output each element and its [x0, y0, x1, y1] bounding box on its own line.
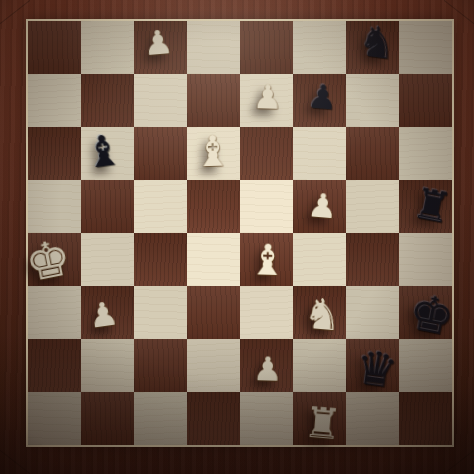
square-a1[interactable] — [28, 392, 81, 445]
square-a5[interactable] — [28, 180, 81, 233]
square-a3[interactable] — [28, 286, 81, 339]
square-e5[interactable] — [240, 180, 293, 233]
square-c5[interactable] — [134, 180, 187, 233]
square-b3[interactable]: ♟ — [81, 286, 134, 339]
square-h3[interactable]: ♚ — [399, 286, 452, 339]
square-f8[interactable] — [293, 21, 346, 74]
square-h4[interactable] — [399, 233, 452, 286]
square-h1[interactable] — [399, 392, 452, 445]
square-d8[interactable] — [187, 21, 240, 74]
square-f1[interactable]: ♜ — [293, 392, 346, 445]
piece-white-rook-f1[interactable]: ♜ — [302, 401, 343, 446]
square-d4[interactable] — [187, 233, 240, 286]
square-d2[interactable] — [187, 339, 240, 392]
square-b4[interactable] — [81, 233, 134, 286]
piece-white-bishop-d6[interactable]: ♝ — [193, 130, 232, 173]
square-g7[interactable] — [346, 74, 399, 127]
square-e8[interactable] — [240, 21, 293, 74]
square-c2[interactable] — [134, 339, 187, 392]
square-a2[interactable] — [28, 339, 81, 392]
square-g5[interactable] — [346, 180, 399, 233]
square-f7[interactable]: ♟ — [293, 74, 346, 127]
square-f5[interactable]: ♟ — [293, 180, 346, 233]
square-c1[interactable] — [134, 392, 187, 445]
square-d7[interactable] — [187, 74, 240, 127]
chessboard-photo: ♟♞♟♟♝♝♟♜♚♝♟♞♚♟♛♜ — [0, 0, 474, 474]
square-c3[interactable] — [134, 286, 187, 339]
square-e2[interactable]: ♟ — [240, 339, 293, 392]
square-c4[interactable] — [134, 233, 187, 286]
square-e7[interactable]: ♟ — [240, 74, 293, 127]
square-a8[interactable] — [28, 21, 81, 74]
piece-black-knight-g8[interactable]: ♞ — [355, 19, 398, 66]
square-e3[interactable] — [240, 286, 293, 339]
square-e1[interactable] — [240, 392, 293, 445]
square-d1[interactable] — [187, 392, 240, 445]
frame-miter-bottom-left — [0, 450, 30, 474]
square-g1[interactable] — [346, 392, 399, 445]
piece-white-pawn-b3[interactable]: ♟ — [86, 296, 120, 333]
piece-white-pawn-c8[interactable]: ♟ — [142, 25, 174, 60]
piece-white-pawn-e2[interactable]: ♟ — [252, 352, 283, 386]
square-f3[interactable]: ♞ — [293, 286, 346, 339]
square-a7[interactable] — [28, 74, 81, 127]
square-h8[interactable] — [399, 21, 452, 74]
piece-black-bishop-b6[interactable]: ♝ — [81, 128, 124, 175]
piece-white-knight-f3[interactable]: ♞ — [302, 292, 343, 337]
frame-miter-bottom-right — [444, 450, 474, 474]
square-f2[interactable] — [293, 339, 346, 392]
square-g3[interactable] — [346, 286, 399, 339]
square-h5[interactable]: ♜ — [399, 180, 452, 233]
square-a6[interactable] — [28, 127, 81, 180]
square-f4[interactable] — [293, 233, 346, 286]
square-e4[interactable]: ♝ — [240, 233, 293, 286]
square-g4[interactable] — [346, 233, 399, 286]
square-h7[interactable] — [399, 74, 452, 127]
square-e6[interactable] — [240, 127, 293, 180]
chess-board: ♟♞♟♟♝♝♟♜♚♝♟♞♚♟♛♜ — [26, 19, 454, 447]
piece-black-rook-h5[interactable]: ♜ — [409, 182, 454, 231]
piece-black-king-h3[interactable]: ♚ — [405, 286, 459, 344]
square-d6[interactable]: ♝ — [187, 127, 240, 180]
square-g2[interactable]: ♛ — [346, 339, 399, 392]
square-b5[interactable] — [81, 180, 134, 233]
piece-white-bishop-e4[interactable]: ♝ — [248, 239, 287, 282]
square-c8[interactable]: ♟ — [134, 21, 187, 74]
square-c7[interactable] — [134, 74, 187, 127]
square-d5[interactable] — [187, 180, 240, 233]
square-a4[interactable]: ♚ — [28, 233, 81, 286]
piece-white-pawn-f5[interactable]: ♟ — [306, 188, 338, 223]
square-g8[interactable]: ♞ — [346, 21, 399, 74]
square-b6[interactable]: ♝ — [81, 127, 134, 180]
square-g6[interactable] — [346, 127, 399, 180]
square-h2[interactable] — [399, 339, 452, 392]
square-h6[interactable] — [399, 127, 452, 180]
square-f6[interactable] — [293, 127, 346, 180]
piece-white-pawn-e7[interactable]: ♟ — [252, 80, 283, 114]
piece-black-pawn-f7[interactable]: ♟ — [306, 79, 338, 114]
square-b1[interactable] — [81, 392, 134, 445]
square-b7[interactable] — [81, 74, 134, 127]
piece-black-queen-g2[interactable]: ♛ — [353, 343, 401, 395]
square-d3[interactable] — [187, 286, 240, 339]
piece-white-king-a4[interactable]: ♚ — [21, 231, 75, 289]
square-b8[interactable] — [81, 21, 134, 74]
square-c6[interactable] — [134, 127, 187, 180]
square-b2[interactable] — [81, 339, 134, 392]
